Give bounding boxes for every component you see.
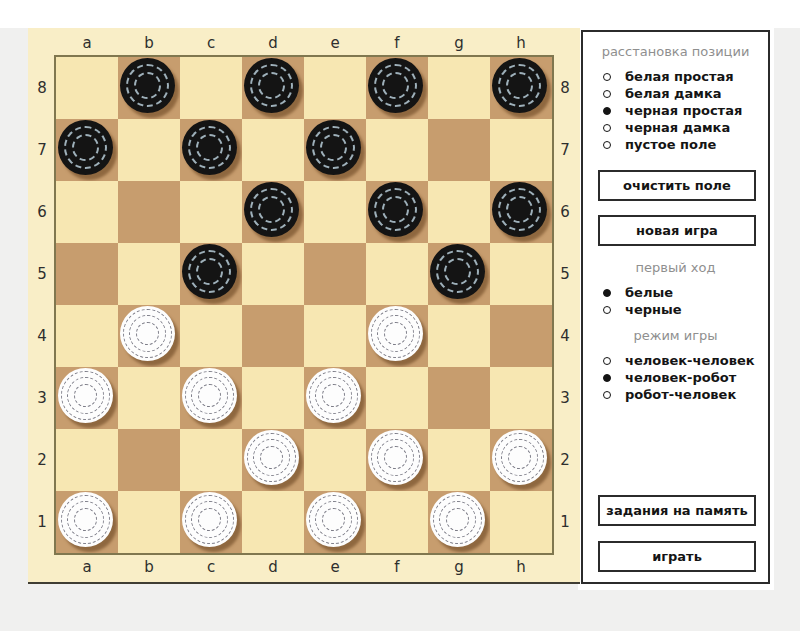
checkers-board: abcdefgh8877665544332211abcdefgh [28,28,578,581]
square-d4[interactable] [242,305,304,367]
white-man-h2[interactable] [492,430,547,485]
first-move-option-0[interactable]: белые [603,284,682,301]
square-b1[interactable] [118,491,180,553]
square-h3[interactable] [490,367,552,429]
piece-ring [446,508,469,531]
first-move-header: первый ход [583,260,768,275]
setup-radio-icon-3[interactable] [603,124,611,132]
white-man-a1[interactable] [58,492,113,547]
file-label-top-f: f [366,28,428,57]
square-a4[interactable] [56,305,118,367]
rank-label-right-3: 3 [552,367,578,429]
first-move-radio-icon-0[interactable] [603,289,611,297]
square-g4[interactable] [428,305,490,367]
white-man-c3[interactable] [182,368,237,423]
square-h8[interactable] [490,57,552,119]
square-b5[interactable] [118,243,180,305]
mode-option-0[interactable]: человек-человек [603,352,755,369]
square-b3[interactable] [118,367,180,429]
first-move-option-1[interactable]: черные [603,301,682,318]
file-label-bottom-e: e [304,553,366,581]
square-d5[interactable] [242,243,304,305]
black-man-b8[interactable] [120,58,175,113]
square-f7[interactable] [366,119,428,181]
black-man-h8[interactable] [492,58,547,113]
piece-ring [196,258,223,285]
mode-option-1[interactable]: человек-робот [603,369,755,386]
file-label-bottom-h: h [490,553,552,581]
white-man-f2[interactable] [368,430,423,485]
piece-ring [322,384,345,407]
square-a6[interactable] [56,181,118,243]
rank-label-left-3: 3 [28,367,56,429]
square-e8[interactable] [304,57,366,119]
white-man-e3[interactable] [306,368,361,423]
piece-ring [322,508,345,531]
square-d7[interactable] [242,119,304,181]
piece-ring [382,72,409,99]
setup-radio-icon-4[interactable] [603,141,611,149]
first-move-radio-icon-1[interactable] [603,306,611,314]
square-e4[interactable] [304,305,366,367]
white-man-b4[interactable] [120,306,175,361]
square-c8[interactable] [180,57,242,119]
square-a7[interactable] [56,119,118,181]
clear-board-button[interactable]: очистить поле [598,170,756,201]
square-c2[interactable] [180,429,242,491]
rank-label-right-2: 2 [552,429,578,491]
rank-label-right-4: 4 [552,305,578,367]
setup-option-3[interactable]: черная дамка [603,119,742,136]
file-label-top-a: a [56,28,118,57]
square-h7[interactable] [490,119,552,181]
file-label-bottom-d: d [242,553,304,581]
black-man-e7[interactable] [306,120,361,175]
piece-ring [198,384,221,407]
file-label-top-h: h [490,28,552,57]
new-game-button[interactable]: новая игра [598,215,756,246]
black-man-h6[interactable] [492,182,547,237]
square-a3[interactable] [56,367,118,429]
square-d3[interactable] [242,367,304,429]
square-b4[interactable] [118,305,180,367]
piece-ring [74,508,97,531]
black-man-f8[interactable] [368,58,423,113]
piece-ring [74,384,97,407]
square-f4[interactable] [366,305,428,367]
file-label-bottom-g: g [428,553,490,581]
square-b6[interactable] [118,181,180,243]
piece-ring [382,196,409,223]
file-label-top-c: c [180,28,242,57]
setup-option-label-0: белая простая [625,69,734,84]
white-man-d2[interactable] [244,430,299,485]
setup-radio-icon-2[interactable] [603,107,611,115]
rank-label-right-7: 7 [552,119,578,181]
piece-ring [384,322,407,345]
square-g1[interactable] [428,491,490,553]
square-f5[interactable] [366,243,428,305]
piece-ring [506,72,533,99]
piece-ring [384,446,407,469]
square-c3[interactable] [180,367,242,429]
square-b7[interactable] [118,119,180,181]
setup-radio-icon-0[interactable] [603,73,611,81]
piece-ring [506,196,533,223]
file-label-bottom-a: a [56,553,118,581]
piece-ring [72,134,99,161]
control-sidebar: расстановка позиции белая простаябелая д… [581,30,770,584]
first-move-option-label-0: белые [625,285,673,300]
square-c5[interactable] [180,243,242,305]
square-a2[interactable] [56,429,118,491]
square-c4[interactable] [180,305,242,367]
square-e3[interactable] [304,367,366,429]
black-man-c7[interactable] [182,120,237,175]
rank-label-left-2: 2 [28,429,56,491]
square-e7[interactable] [304,119,366,181]
piece-ring [444,258,471,285]
play-button[interactable]: играть [598,541,756,572]
square-d2[interactable] [242,429,304,491]
white-man-e1[interactable] [306,492,361,547]
square-h2[interactable] [490,429,552,491]
file-label-bottom-b: b [118,553,180,581]
setup-option-4[interactable]: пустое поле [603,136,742,153]
square-f2[interactable] [366,429,428,491]
piece-ring [320,134,347,161]
black-man-d8[interactable] [244,58,299,113]
rank-label-right-1: 1 [552,491,578,553]
setup-option-label-4: пустое поле [625,137,716,152]
piece-ring [258,196,285,223]
square-a8[interactable] [56,57,118,119]
setup-option-1[interactable]: белая дамка [603,85,742,102]
rank-label-right-6: 6 [552,181,578,243]
mode-radio-group: человек-человекчеловек-роботробот-челове… [603,352,755,403]
black-man-g5[interactable] [430,244,485,299]
white-man-c1[interactable] [182,492,237,547]
mode-header: режим игры [583,328,768,343]
square-c7[interactable] [180,119,242,181]
square-h1[interactable] [490,491,552,553]
piece-ring [260,446,283,469]
file-label-top-g: g [428,28,490,57]
piece-ring [508,446,531,469]
square-g6[interactable] [428,181,490,243]
black-man-f6[interactable] [368,182,423,237]
square-f8[interactable] [366,57,428,119]
board-corner [28,28,56,57]
square-f1[interactable] [366,491,428,553]
rank-label-left-5: 5 [28,243,56,305]
square-a1[interactable] [56,491,118,553]
rank-label-left-4: 4 [28,305,56,367]
mode-option-label-0: человек-человек [625,353,755,368]
mode-radio-icon-0[interactable] [603,357,611,365]
square-e5[interactable] [304,243,366,305]
setup-option-2[interactable]: черная простая [603,102,742,119]
rank-label-left-6: 6 [28,181,56,243]
mode-option-label-1: человек-робот [625,370,736,385]
square-e2[interactable] [304,429,366,491]
rank-label-right-5: 5 [552,243,578,305]
app-window: abcdefgh8877665544332211abcdefgh расстан… [0,0,800,631]
square-g3[interactable] [428,367,490,429]
setup-option-label-1: белая дамка [625,86,722,101]
file-label-bottom-f: f [366,553,428,581]
setup-radio-icon-1[interactable] [603,90,611,98]
first-move-option-label-1: черные [625,302,682,317]
file-label-top-d: d [242,28,304,57]
setup-header: расстановка позиции [583,44,768,59]
setup-option-label-3: черная дамка [625,120,730,135]
black-man-d6[interactable] [244,182,299,237]
file-label-top-b: b [118,28,180,57]
square-b8[interactable] [118,57,180,119]
mode-option-2[interactable]: робот-человек [603,386,755,403]
board-corner [552,28,578,57]
square-c6[interactable] [180,181,242,243]
square-h6[interactable] [490,181,552,243]
square-d8[interactable] [242,57,304,119]
square-d1[interactable] [242,491,304,553]
square-g5[interactable] [428,243,490,305]
square-a5[interactable] [56,243,118,305]
board-corner [28,553,56,581]
rank-label-right-8: 8 [552,57,578,119]
black-man-a7[interactable] [58,120,113,175]
piece-ring [196,134,223,161]
setup-radio-group: белая простаябелая дамкачерная простаяче… [603,68,742,153]
square-b2[interactable] [118,429,180,491]
first-move-radio-group: белыечерные [603,284,682,318]
piece-ring [258,72,285,99]
file-label-bottom-c: c [180,553,242,581]
setup-option-label-2: черная простая [625,103,742,118]
rank-label-left-8: 8 [28,57,56,119]
square-f3[interactable] [366,367,428,429]
mode-radio-icon-1[interactable] [603,374,611,382]
white-man-g1[interactable] [430,492,485,547]
square-e1[interactable] [304,491,366,553]
rank-label-left-1: 1 [28,491,56,553]
rank-label-left-7: 7 [28,119,56,181]
piece-ring [136,322,159,345]
square-g8[interactable] [428,57,490,119]
black-man-c5[interactable] [182,244,237,299]
board-corner [552,553,578,581]
mode-option-label-2: робот-человек [625,387,736,402]
square-f6[interactable] [366,181,428,243]
piece-ring [134,72,161,99]
file-label-top-e: e [304,28,366,57]
square-h5[interactable] [490,243,552,305]
board-panel: abcdefgh8877665544332211abcdefgh [28,28,580,584]
square-h4[interactable] [490,305,552,367]
mode-radio-icon-2[interactable] [603,391,611,399]
white-man-f4[interactable] [368,306,423,361]
square-d6[interactable] [242,181,304,243]
square-g2[interactable] [428,429,490,491]
square-e6[interactable] [304,181,366,243]
square-c1[interactable] [180,491,242,553]
white-man-a3[interactable] [58,368,113,423]
piece-ring [198,508,221,531]
memory-tasks-button[interactable]: задания на память [598,495,756,526]
square-g7[interactable] [428,119,490,181]
setup-option-0[interactable]: белая простая [603,68,742,85]
